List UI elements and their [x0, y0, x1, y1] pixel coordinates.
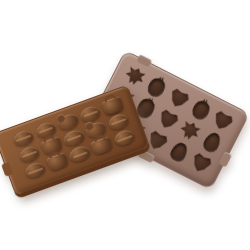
tray-edge-tab — [137, 149, 155, 163]
cavity-strawberry — [189, 151, 214, 175]
tray-edge-tab — [136, 54, 152, 67]
molded-shape-basket — [90, 136, 114, 156]
cavity-strawberry — [210, 109, 235, 133]
molded-shape-egg — [23, 161, 47, 181]
tray-edge-tab — [1, 162, 13, 177]
cavity-pineapple — [145, 75, 168, 100]
tray-edge-tab — [219, 151, 232, 167]
cavity-pear — [201, 130, 223, 154]
cavity-strawberry — [155, 108, 180, 132]
molded-shape-egg — [113, 128, 137, 148]
molded-shape-egg — [68, 144, 92, 164]
cavity-pineapple — [189, 98, 212, 123]
product-photo — [0, 0, 250, 250]
cavity-pear — [168, 140, 190, 164]
cavity-leaf — [177, 119, 202, 143]
molded-shape-basket — [46, 152, 70, 172]
front-mould-tray — [0, 85, 150, 196]
cavity-strawberry — [145, 129, 170, 153]
cavity-leaf — [122, 64, 147, 88]
mould-cell — [45, 152, 71, 174]
front-tray-grid — [10, 95, 137, 182]
cavity-strawberry — [166, 87, 191, 111]
